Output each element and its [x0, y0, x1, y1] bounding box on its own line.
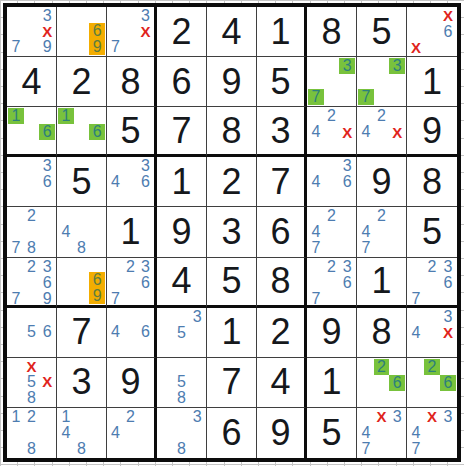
pencil-marks: X347	[358, 409, 405, 457]
candidate-mark: 6	[138, 324, 153, 340]
value-digit: 4	[21, 64, 41, 100]
value-digit: 8	[221, 113, 241, 149]
pencil-marks: 24X	[308, 108, 355, 153]
candidate-mark: 7	[358, 89, 374, 105]
candidate-mark: 2	[324, 208, 340, 224]
pencil-marks: 2367	[108, 259, 153, 304]
value-digit: 1	[120, 214, 140, 250]
pencil-marks: 56	[8, 309, 55, 356]
pencil-marks: 34X	[408, 309, 456, 356]
cell-r9c6[interactable]: 9	[257, 408, 307, 458]
cell-r1c3[interactable]: 3X7	[107, 7, 157, 57]
cell-r8c7[interactable]: 1	[307, 358, 357, 408]
candidate-mark: 3	[339, 158, 355, 174]
candidate-mark: 6	[440, 375, 456, 391]
candidate-mark: 3	[389, 58, 405, 74]
cell-r8c6[interactable]: 4	[257, 358, 307, 408]
cell-r4c4[interactable]: 1	[157, 157, 207, 207]
cell-r1c2[interactable]: 69	[57, 7, 107, 57]
candidate-mark: 7	[408, 441, 424, 457]
pencil-marks: 278	[8, 208, 55, 255]
candidate-mark: 6	[138, 275, 153, 291]
cell-r1c4[interactable]: 2	[157, 7, 207, 57]
candidate-mark: 4	[58, 224, 74, 240]
pencil-marks: 38	[158, 409, 205, 457]
cell-r5c2[interactable]: 48	[57, 207, 107, 257]
eliminated-candidate-mark: X	[138, 24, 153, 39]
value-digit: 9	[171, 214, 191, 250]
cell-r4c1[interactable]: 36	[7, 157, 57, 207]
cell-r4c2[interactable]: 5	[57, 157, 107, 207]
value-digit: 1	[371, 263, 391, 299]
value-digit: 1	[321, 364, 341, 400]
value-digit: 2	[221, 164, 241, 200]
candidate-mark: 6	[440, 275, 456, 291]
candidate-mark: 9	[89, 39, 105, 55]
candidate-mark: 7	[358, 240, 374, 256]
cell-r7c4[interactable]: 35	[157, 308, 207, 358]
value-digit: 3	[71, 364, 91, 400]
candidate-mark: 7	[308, 240, 324, 256]
candidate-mark: 6	[138, 174, 153, 190]
candidate-mark: 9	[39, 291, 55, 307]
value-digit: 9	[321, 314, 341, 350]
value-digit: 6	[221, 415, 241, 451]
cell-r7c3[interactable]: 46	[107, 308, 157, 358]
candidate-mark: 2	[24, 259, 40, 275]
candidate-mark: 6	[339, 275, 355, 291]
candidate-mark: 3	[440, 409, 456, 425]
candidate-mark: 9	[39, 39, 55, 55]
cell-r5c4[interactable]: 9	[157, 207, 207, 257]
pencil-marks: 24X	[358, 108, 405, 153]
value-digit: 8	[270, 263, 290, 299]
pencil-marks: 3X79	[8, 8, 55, 55]
eliminated-candidate-mark: X	[408, 40, 424, 56]
cell-r7c2[interactable]: 7	[57, 308, 107, 358]
pencil-marks: 2367	[408, 259, 456, 304]
cell-r8c2[interactable]: 3	[57, 358, 107, 408]
pencil-marks: 36	[8, 158, 55, 205]
pencil-marks: 35	[158, 309, 205, 356]
cell-r9c5[interactable]: 6	[207, 408, 257, 458]
cell-r9c9[interactable]: X347	[407, 408, 457, 458]
eliminated-candidate-mark: X	[339, 124, 355, 140]
value-digit: 9	[422, 113, 442, 149]
pencil-marks: 128	[8, 409, 55, 457]
eliminated-candidate-mark: X	[39, 374, 55, 390]
cell-r1c6[interactable]: 1	[257, 7, 307, 57]
candidate-mark: 7	[8, 291, 24, 307]
candidate-mark: 8	[74, 441, 90, 457]
value-digit: 7	[171, 113, 191, 149]
cell-r9c1[interactable]: 128	[7, 408, 57, 458]
cell-r9c3[interactable]: 24	[107, 408, 157, 458]
candidate-mark: 7	[108, 39, 123, 55]
cell-r8c8[interactable]: 26	[357, 358, 407, 408]
cell-r5c9[interactable]: 5	[407, 207, 457, 257]
eliminated-candidate-mark: X	[440, 325, 456, 341]
value-digit: 2	[270, 314, 290, 350]
candidate-mark: 1	[58, 108, 74, 124]
candidate-mark: 3	[389, 409, 405, 425]
candidate-mark: 2	[123, 259, 138, 275]
value-digit: 4	[270, 364, 290, 400]
candidate-mark: 7	[308, 89, 324, 105]
cell-r6c3[interactable]: 2367	[107, 258, 157, 308]
candidate-mark: 4	[108, 324, 123, 340]
candidate-mark: 5	[24, 324, 40, 340]
candidate-mark: 2	[374, 108, 390, 124]
candidate-mark: 6	[89, 272, 105, 288]
pencil-marks: 2367	[308, 259, 355, 304]
cell-r3c6[interactable]: 3	[257, 107, 307, 157]
value-digit: 5	[71, 164, 91, 200]
candidate-mark: 8	[24, 240, 40, 256]
cell-r5c1[interactable]: 278	[7, 207, 57, 257]
candidate-mark: 5	[174, 374, 190, 390]
value-digit: 6	[171, 64, 191, 100]
eliminated-candidate-mark: X	[389, 124, 405, 140]
candidate-mark: 2	[24, 208, 40, 224]
candidate-mark: 7	[8, 39, 24, 55]
cell-r6c5[interactable]: 5	[207, 258, 257, 308]
cell-r5c6[interactable]: 6	[257, 207, 307, 257]
sudoku-page: 3X79693X724185X6X428695373711616578324X2…	[0, 0, 464, 466]
pencil-marks: 16	[8, 108, 55, 153]
pencil-marks: 346	[108, 158, 153, 205]
candidate-mark: 6	[440, 24, 456, 40]
cell-r3c8[interactable]: 24X	[357, 107, 407, 157]
value-digit: 1	[221, 314, 241, 350]
cell-r6c4[interactable]: 4	[157, 258, 207, 308]
value-digit: 9	[221, 64, 241, 100]
cell-r9c2[interactable]: 148	[57, 408, 107, 458]
cell-r9c7[interactable]: 5	[307, 408, 357, 458]
candidate-mark: 3	[339, 58, 355, 74]
candidate-mark: 1	[58, 409, 74, 425]
eliminated-candidate-mark: X	[424, 409, 440, 425]
pencil-marks: 346	[308, 158, 355, 205]
eliminated-candidate-mark: X	[24, 359, 40, 374]
candidate-mark: 6	[39, 324, 55, 340]
cell-r7c8[interactable]: 8	[357, 308, 407, 358]
cell-r1c8[interactable]: 5	[357, 7, 407, 57]
pencil-marks: 247	[308, 208, 355, 255]
value-digit: 8	[321, 14, 341, 50]
candidate-mark: 4	[358, 124, 374, 140]
cell-r8c5[interactable]: 7	[207, 358, 257, 408]
eliminated-candidate-mark: X	[39, 24, 55, 39]
value-digit: 5	[422, 214, 442, 250]
pencil-marks: 69	[58, 8, 105, 55]
candidate-mark: 2	[374, 208, 390, 224]
candidate-mark: 3	[189, 309, 205, 325]
cell-r6c6[interactable]: 8	[257, 258, 307, 308]
pencil-marks: 37	[358, 58, 405, 105]
candidate-mark: 1	[8, 409, 24, 425]
candidate-mark: 7	[358, 441, 374, 457]
value-digit: 8	[371, 314, 391, 350]
cell-r2c4[interactable]: 6	[157, 57, 207, 107]
cell-r6c8[interactable]: 1	[357, 258, 407, 308]
candidate-mark: 6	[39, 275, 55, 291]
value-digit: 1	[270, 14, 290, 50]
candidate-mark: 8	[174, 390, 190, 406]
pencil-marks: X6X	[408, 8, 456, 55]
candidate-mark: 6	[89, 124, 105, 140]
pencil-marks: 148	[58, 409, 105, 457]
cell-r4c8[interactable]: 9	[357, 157, 407, 207]
cell-r8c1[interactable]: X5X8	[7, 358, 57, 408]
candidate-mark: 4	[108, 174, 123, 190]
cell-r3c7[interactable]: 24X	[307, 107, 357, 157]
candidate-mark: 3	[189, 409, 205, 425]
cell-r7c6[interactable]: 2	[257, 308, 307, 358]
cell-r7c9[interactable]: 34X	[407, 308, 457, 358]
value-digit: 6	[270, 214, 290, 250]
candidate-mark: 6	[39, 124, 55, 140]
value-digit: 1	[171, 164, 191, 200]
cell-r5c8[interactable]: 247	[357, 207, 407, 257]
cell-r2c9[interactable]: 1	[407, 57, 457, 107]
value-digit: 7	[221, 364, 241, 400]
cell-r2c1[interactable]: 4	[7, 57, 57, 107]
cell-r1c7[interactable]: 8	[307, 7, 357, 57]
value-digit: 9	[270, 415, 290, 451]
value-digit: 2	[71, 64, 91, 100]
cell-r5c5[interactable]: 3	[207, 207, 257, 257]
pencil-marks: X5X8	[8, 359, 55, 406]
cell-r4c5[interactable]: 2	[207, 157, 257, 207]
cell-r1c5[interactable]: 4	[207, 7, 257, 57]
candidate-mark: 8	[74, 240, 90, 256]
sudoku-board: 3X79693X724185X6X428695373711616578324X2…	[3, 3, 461, 462]
pencil-marks: 23679	[8, 259, 55, 304]
candidate-mark: 5	[174, 325, 190, 341]
cell-r6c9[interactable]: 2367	[407, 258, 457, 308]
cell-r3c5[interactable]: 8	[207, 107, 257, 157]
candidate-mark: 8	[24, 441, 40, 457]
pencil-marks: 16	[58, 108, 105, 153]
pencil-marks: X347	[408, 409, 456, 457]
cell-r8c9[interactable]: 26	[407, 358, 457, 408]
cell-r8c4[interactable]: 58	[157, 358, 207, 408]
candidate-mark: 2	[324, 259, 340, 275]
candidate-mark: 2	[424, 259, 440, 275]
cell-r3c9[interactable]: 9	[407, 107, 457, 157]
eliminated-candidate-mark: X	[374, 409, 390, 425]
cell-r5c3[interactable]: 1	[107, 207, 157, 257]
value-digit: 5	[270, 64, 290, 100]
value-digit: 7	[270, 164, 290, 200]
candidate-mark: 7	[408, 291, 424, 307]
candidate-mark: 2	[324, 108, 340, 124]
cell-r6c1[interactable]: 23679	[7, 258, 57, 308]
cell-r6c7[interactable]: 2367	[307, 258, 357, 308]
candidate-mark: 6	[39, 174, 55, 190]
candidate-mark: 4	[308, 224, 324, 240]
pencil-marks: 247	[358, 208, 405, 255]
cell-r7c1[interactable]: 56	[7, 308, 57, 358]
value-digit: 5	[120, 113, 140, 149]
pencil-marks: 69	[58, 259, 105, 304]
value-digit: 7	[71, 314, 91, 350]
value-digit: 5	[371, 14, 391, 50]
candidate-mark: 7	[8, 240, 24, 256]
value-digit: 9	[120, 364, 140, 400]
candidate-mark: 3	[138, 158, 153, 174]
cell-r9c8[interactable]: X347	[357, 408, 407, 458]
cell-r3c3[interactable]: 5	[107, 107, 157, 157]
candidate-mark: 7	[108, 291, 123, 307]
cell-r4c7[interactable]: 346	[307, 157, 357, 207]
candidate-mark: 6	[89, 23, 105, 39]
cell-r2c6[interactable]: 5	[257, 57, 307, 107]
candidate-mark: 4	[408, 425, 424, 441]
cell-r5c7[interactable]: 247	[307, 207, 357, 257]
candidate-mark: 3	[138, 259, 153, 275]
pencil-marks: 24	[108, 409, 153, 457]
candidate-mark: 4	[58, 425, 74, 441]
candidate-mark: 4	[308, 124, 324, 140]
value-digit: 1	[422, 64, 442, 100]
candidate-mark: 3	[440, 309, 456, 325]
value-digit: 9	[371, 164, 391, 200]
cell-r9c4[interactable]: 38	[157, 408, 207, 458]
candidate-mark: 4	[358, 425, 374, 441]
cell-r2c7[interactable]: 37	[307, 57, 357, 107]
cell-r1c9[interactable]: X6X	[407, 7, 457, 57]
cell-r2c8[interactable]: 37	[357, 57, 407, 107]
value-digit: 2	[171, 14, 191, 50]
candidate-mark: 8	[174, 441, 190, 457]
value-digit: 3	[221, 214, 241, 250]
cell-r3c1[interactable]: 16	[7, 107, 57, 157]
value-digit: 8	[422, 164, 442, 200]
candidate-mark: 1	[8, 108, 24, 124]
candidate-mark: 6	[339, 174, 355, 190]
candidate-mark: 2	[424, 359, 440, 375]
cell-r8c3[interactable]: 9	[107, 358, 157, 408]
value-digit: 3	[270, 113, 290, 149]
candidate-mark: 4	[358, 224, 374, 240]
pencil-marks: 58	[158, 359, 205, 406]
cell-r7c7[interactable]: 9	[307, 308, 357, 358]
value-digit: 8	[120, 64, 140, 100]
cell-r3c2[interactable]: 16	[57, 107, 107, 157]
value-digit: 4	[171, 263, 191, 299]
value-digit: 5	[321, 415, 341, 451]
cell-r1c1[interactable]: 3X79	[7, 7, 57, 57]
pencil-marks: 37	[308, 58, 355, 105]
cell-r7c5[interactable]: 1	[207, 308, 257, 358]
candidate-mark: 5	[24, 374, 40, 390]
cell-r3c4[interactable]: 7	[157, 107, 207, 157]
candidate-mark: 4	[308, 174, 324, 190]
cell-r2c2[interactable]: 2	[57, 57, 107, 107]
candidate-mark: 7	[308, 291, 324, 307]
cell-r4c9[interactable]: 8	[407, 157, 457, 207]
value-digit: 5	[221, 263, 241, 299]
pencil-marks: 26	[358, 359, 405, 406]
candidate-mark: 3	[339, 259, 355, 275]
candidate-mark: 2	[24, 409, 40, 425]
cell-r2c3[interactable]: 8	[107, 57, 157, 107]
candidate-mark: 3	[39, 259, 55, 275]
candidate-mark: 3	[39, 158, 55, 174]
value-digit: 4	[221, 14, 241, 50]
candidate-mark: 6	[389, 375, 405, 391]
pencil-marks: 3X7	[108, 8, 153, 55]
candidate-mark: 4	[408, 325, 424, 341]
candidate-mark: 8	[24, 390, 40, 406]
candidate-mark: 3	[39, 8, 55, 24]
cell-r2c5[interactable]: 9	[207, 57, 257, 107]
eliminated-candidate-mark: X	[440, 8, 456, 24]
candidate-mark: 9	[89, 288, 105, 304]
candidate-mark: 4	[108, 425, 123, 441]
cell-r6c2[interactable]: 69	[57, 258, 107, 308]
cell-r4c6[interactable]: 7	[257, 157, 307, 207]
pencil-marks: 46	[108, 309, 153, 356]
candidate-mark: 3	[138, 8, 153, 24]
pencil-marks: 48	[58, 208, 105, 255]
cell-r4c3[interactable]: 346	[107, 157, 157, 207]
pencil-marks: 26	[408, 359, 456, 406]
candidate-mark: 3	[440, 259, 456, 275]
candidate-mark: 2	[374, 359, 390, 375]
candidate-mark: 2	[123, 409, 138, 425]
